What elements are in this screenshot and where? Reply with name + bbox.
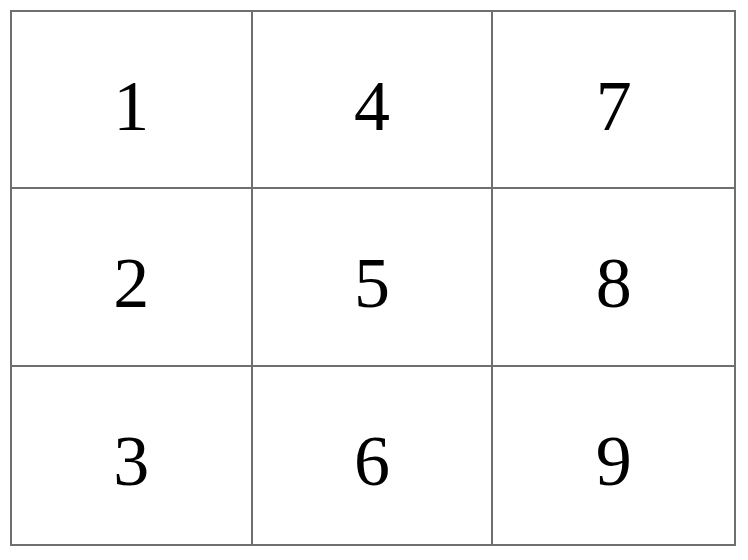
grid-cell-r3c1: 3 — [12, 367, 253, 544]
grid-cell-r2c2: 5 — [253, 189, 494, 366]
grid-cell-r2c3: 8 — [493, 189, 734, 366]
grid-cell-r3c3: 9 — [493, 367, 734, 544]
grid-cell-r2c1: 2 — [12, 189, 253, 366]
number-grid-board: 1 4 7 2 5 8 3 6 9 — [10, 10, 736, 546]
grid-cell-r1c3: 7 — [493, 12, 734, 189]
grid-cell-r1c2: 4 — [253, 12, 494, 189]
grid-cell-r3c2: 6 — [253, 367, 494, 544]
grid-cell-r1c1: 1 — [12, 12, 253, 189]
